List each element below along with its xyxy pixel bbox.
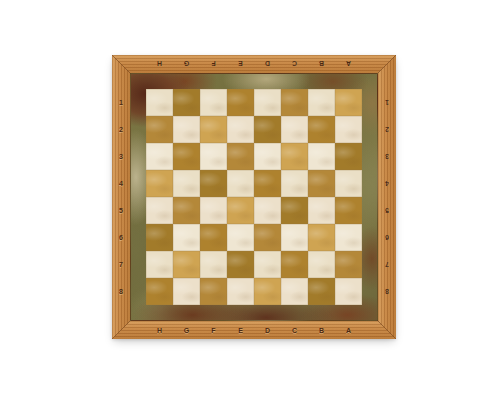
rank-label-left-6: 6 (112, 224, 130, 251)
square-d7[interactable] (254, 251, 281, 278)
square-a7[interactable] (335, 251, 362, 278)
file-label-bottom-f: F (200, 321, 227, 339)
square-h5[interactable] (146, 197, 173, 224)
square-d6[interactable] (254, 224, 281, 251)
file-label-bottom-b: B (308, 321, 335, 339)
square-h6[interactable] (146, 224, 173, 251)
file-label-bottom-a: A (335, 321, 362, 339)
square-h2[interactable] (146, 116, 173, 143)
square-c1[interactable] (281, 89, 308, 116)
square-e1[interactable] (227, 89, 254, 116)
square-f1[interactable] (200, 89, 227, 116)
square-h4[interactable] (146, 170, 173, 197)
square-f5[interactable] (200, 197, 227, 224)
rank-label-left-2: 2 (112, 116, 130, 143)
square-a3[interactable] (335, 143, 362, 170)
square-a5[interactable] (335, 197, 362, 224)
square-b6[interactable] (308, 224, 335, 251)
file-label-bottom-g: G (173, 321, 200, 339)
square-f8[interactable] (200, 278, 227, 305)
file-labels-top: HGFEDCBA (146, 55, 362, 73)
file-label-top-c: C (281, 55, 308, 73)
rank-label-right-6: 6 (378, 224, 396, 251)
square-b7[interactable] (308, 251, 335, 278)
square-d5[interactable] (254, 197, 281, 224)
file-label-bottom-d: D (254, 321, 281, 339)
rank-label-right-5: 5 (378, 197, 396, 224)
square-a4[interactable] (335, 170, 362, 197)
square-h1[interactable] (146, 89, 173, 116)
file-label-top-a: A (335, 55, 362, 73)
rank-label-left-1: 1 (112, 89, 130, 116)
square-f3[interactable] (200, 143, 227, 170)
square-f6[interactable] (200, 224, 227, 251)
photo-scene: HGFEDCBA HGFEDCBA 12345678 12345678 (0, 0, 500, 400)
file-label-top-g: G (173, 55, 200, 73)
square-c2[interactable] (281, 116, 308, 143)
square-f7[interactable] (200, 251, 227, 278)
chess-board: HGFEDCBA HGFEDCBA 12345678 12345678 (112, 55, 396, 339)
square-a6[interactable] (335, 224, 362, 251)
square-b4[interactable] (308, 170, 335, 197)
square-b2[interactable] (308, 116, 335, 143)
file-label-top-f: F (200, 55, 227, 73)
square-g7[interactable] (173, 251, 200, 278)
square-e6[interactable] (227, 224, 254, 251)
square-d1[interactable] (254, 89, 281, 116)
square-g5[interactable] (173, 197, 200, 224)
square-b5[interactable] (308, 197, 335, 224)
square-g3[interactable] (173, 143, 200, 170)
square-g4[interactable] (173, 170, 200, 197)
file-label-top-e: E (227, 55, 254, 73)
square-g1[interactable] (173, 89, 200, 116)
square-g6[interactable] (173, 224, 200, 251)
rank-labels-left: 12345678 (112, 89, 130, 305)
file-label-top-b: B (308, 55, 335, 73)
square-g2[interactable] (173, 116, 200, 143)
square-g8[interactable] (173, 278, 200, 305)
file-label-bottom-c: C (281, 321, 308, 339)
square-c4[interactable] (281, 170, 308, 197)
square-a2[interactable] (335, 116, 362, 143)
square-a1[interactable] (335, 89, 362, 116)
square-c8[interactable] (281, 278, 308, 305)
rank-label-left-8: 8 (112, 278, 130, 305)
square-e4[interactable] (227, 170, 254, 197)
file-labels-bottom: HGFEDCBA (146, 321, 362, 339)
rank-label-left-7: 7 (112, 251, 130, 278)
rank-label-right-7: 7 (378, 251, 396, 278)
rank-label-right-4: 4 (378, 170, 396, 197)
board-grid (146, 89, 362, 305)
square-d4[interactable] (254, 170, 281, 197)
square-d8[interactable] (254, 278, 281, 305)
file-label-top-h: H (146, 55, 173, 73)
rank-label-right-3: 3 (378, 143, 396, 170)
rank-label-right-2: 2 (378, 116, 396, 143)
file-label-bottom-e: E (227, 321, 254, 339)
square-h7[interactable] (146, 251, 173, 278)
rank-label-left-5: 5 (112, 197, 130, 224)
square-b8[interactable] (308, 278, 335, 305)
square-a8[interactable] (335, 278, 362, 305)
rank-label-left-4: 4 (112, 170, 130, 197)
square-e8[interactable] (227, 278, 254, 305)
square-f4[interactable] (200, 170, 227, 197)
square-e3[interactable] (227, 143, 254, 170)
file-label-bottom-h: H (146, 321, 173, 339)
square-d3[interactable] (254, 143, 281, 170)
file-label-top-d: D (254, 55, 281, 73)
rank-label-right-8: 8 (378, 278, 396, 305)
rank-labels-right: 12345678 (378, 89, 396, 305)
rank-label-right-1: 1 (378, 89, 396, 116)
square-c3[interactable] (281, 143, 308, 170)
square-h8[interactable] (146, 278, 173, 305)
square-e5[interactable] (227, 197, 254, 224)
square-c6[interactable] (281, 224, 308, 251)
rank-label-left-3: 3 (112, 143, 130, 170)
square-f2[interactable] (200, 116, 227, 143)
square-b1[interactable] (308, 89, 335, 116)
square-e2[interactable] (227, 116, 254, 143)
square-c7[interactable] (281, 251, 308, 278)
square-h3[interactable] (146, 143, 173, 170)
square-d2[interactable] (254, 116, 281, 143)
square-b3[interactable] (308, 143, 335, 170)
square-c5[interactable] (281, 197, 308, 224)
square-e7[interactable] (227, 251, 254, 278)
